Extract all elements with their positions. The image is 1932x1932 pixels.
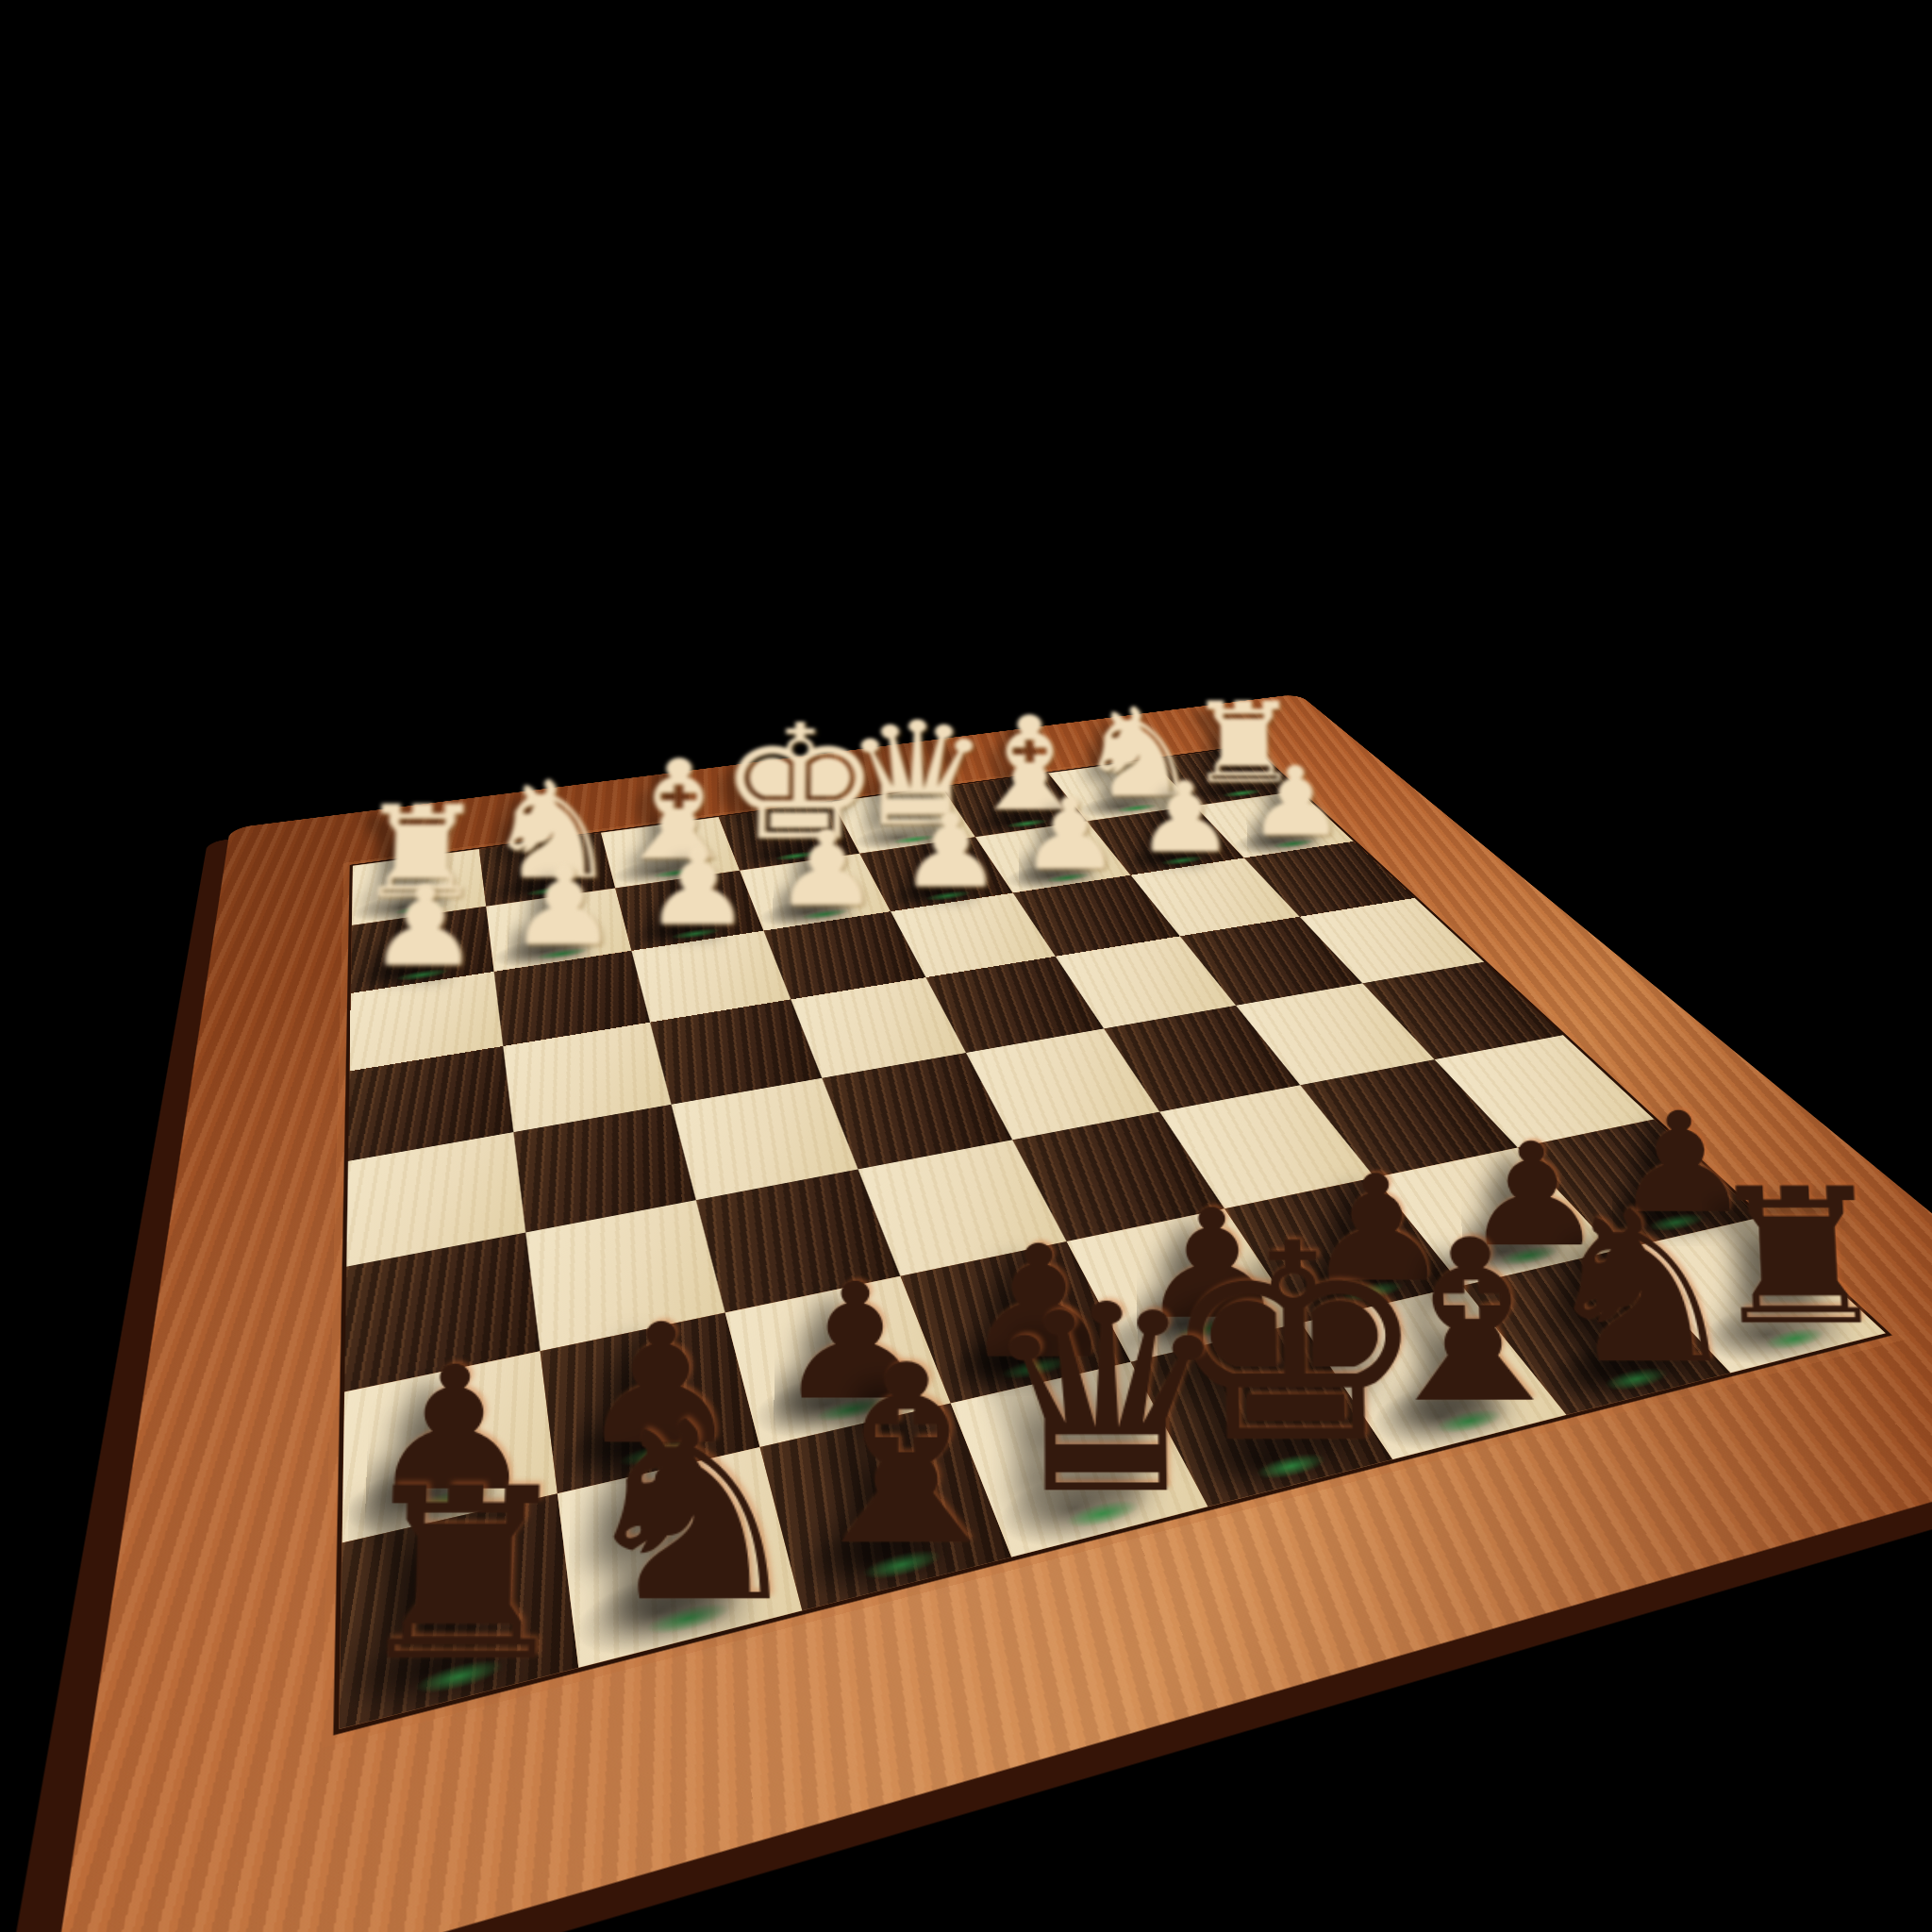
white-pawn[interactable]: ♟ xyxy=(898,803,1003,899)
chess-board-frame: ♜♞♝♚♛♝♞♜♟♟♟♟♟♟♟♟♟♟♟♟♟♟♟♟♜♞♝♛♚♝♞♜ xyxy=(43,694,1932,1932)
white-pawn[interactable]: ♟ xyxy=(642,837,753,937)
square-h8[interactable]: ♜ xyxy=(340,1493,579,1729)
white-pawn[interactable]: ♟ xyxy=(773,820,880,918)
white-pawn[interactable]: ♟ xyxy=(1245,756,1346,846)
white-pawn[interactable]: ♟ xyxy=(1018,787,1122,881)
square-g3[interactable] xyxy=(494,951,650,1046)
square-h3[interactable] xyxy=(350,972,504,1071)
chess-board[interactable]: ♜♞♝♚♛♝♞♜♟♟♟♟♟♟♟♟♟♟♟♟♟♟♟♟♜♞♝♛♚♝♞♜ xyxy=(340,746,1886,1729)
black-bishop[interactable]: ♝ xyxy=(782,1340,1030,1574)
black-rook[interactable]: ♜ xyxy=(342,1463,583,1689)
square-g8[interactable]: ♞ xyxy=(558,1447,802,1668)
scene: ♜♞♝♚♛♝♞♜♟♟♟♟♟♟♟♟♟♟♟♟♟♟♟♟♜♞♝♛♚♝♞♜ xyxy=(0,0,1932,1932)
product-photo: ♜♞♝♚♛♝♞♜♟♟♟♟♟♟♟♟♟♟♟♟♟♟♟♟♜♞♝♛♚♝♞♜ xyxy=(0,0,1932,1932)
square-h2[interactable]: ♟ xyxy=(351,907,494,993)
white-pawn[interactable]: ♟ xyxy=(1134,771,1236,863)
square-f4[interactable] xyxy=(650,999,822,1104)
white-pawn[interactable]: ♟ xyxy=(366,874,483,979)
black-knight[interactable]: ♞ xyxy=(567,1395,816,1630)
white-pawn[interactable]: ♟ xyxy=(508,855,621,958)
